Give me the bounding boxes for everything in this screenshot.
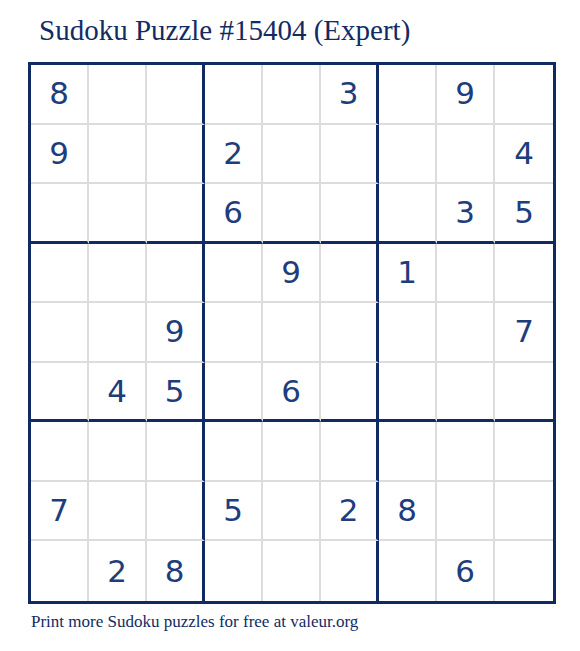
cell-r3c4: 6 xyxy=(205,184,263,244)
cell-r2c1: 9 xyxy=(31,125,89,185)
cell-r8c4: 5 xyxy=(205,482,263,542)
cell-r4c1 xyxy=(31,244,89,304)
cell-r1c8: 9 xyxy=(437,65,495,125)
cell-r2c4: 2 xyxy=(205,125,263,185)
cell-r3c8: 3 xyxy=(437,184,495,244)
cell-r9c9 xyxy=(495,541,553,601)
cell-r8c8 xyxy=(437,482,495,542)
cell-r4c4 xyxy=(205,244,263,304)
cell-r7c8 xyxy=(437,422,495,482)
cell-r8c6: 2 xyxy=(321,482,379,542)
cell-r4c5: 9 xyxy=(263,244,321,304)
cell-r8c3 xyxy=(147,482,205,542)
sudoku-board: 83992463591974567528286 xyxy=(28,62,556,604)
cell-r8c9 xyxy=(495,482,553,542)
cell-r5c7 xyxy=(379,303,437,363)
cell-r9c6 xyxy=(321,541,379,601)
cell-r2c9: 4 xyxy=(495,125,553,185)
cell-r3c6 xyxy=(321,184,379,244)
cell-r2c6 xyxy=(321,125,379,185)
cell-r7c2 xyxy=(89,422,147,482)
cell-r7c9 xyxy=(495,422,553,482)
cell-r2c7 xyxy=(379,125,437,185)
cell-r9c5 xyxy=(263,541,321,601)
cell-r5c2 xyxy=(89,303,147,363)
cell-r6c2: 4 xyxy=(89,363,147,423)
cell-r5c1 xyxy=(31,303,89,363)
cell-r1c3 xyxy=(147,65,205,125)
cell-r1c1: 8 xyxy=(31,65,89,125)
cell-r4c2 xyxy=(89,244,147,304)
cell-r9c7 xyxy=(379,541,437,601)
cell-r6c5: 6 xyxy=(263,363,321,423)
cell-r7c5 xyxy=(263,422,321,482)
cell-r7c4 xyxy=(205,422,263,482)
cell-r5c8 xyxy=(437,303,495,363)
cell-r7c1 xyxy=(31,422,89,482)
cell-r3c9: 5 xyxy=(495,184,553,244)
cell-r3c3 xyxy=(147,184,205,244)
cell-r4c6 xyxy=(321,244,379,304)
cell-r2c2 xyxy=(89,125,147,185)
cell-r7c3 xyxy=(147,422,205,482)
cell-r6c9 xyxy=(495,363,553,423)
cell-r5c5 xyxy=(263,303,321,363)
cell-r6c6 xyxy=(321,363,379,423)
cell-r9c3: 8 xyxy=(147,541,205,601)
cell-r1c9 xyxy=(495,65,553,125)
cell-r4c7: 1 xyxy=(379,244,437,304)
cell-r2c8 xyxy=(437,125,495,185)
cell-r4c8 xyxy=(437,244,495,304)
cell-r9c4 xyxy=(205,541,263,601)
cell-r1c5 xyxy=(263,65,321,125)
cell-r6c7 xyxy=(379,363,437,423)
cell-r9c2: 2 xyxy=(89,541,147,601)
cell-r5c4 xyxy=(205,303,263,363)
cell-r8c1: 7 xyxy=(31,482,89,542)
cell-r8c5 xyxy=(263,482,321,542)
cell-r5c9: 7 xyxy=(495,303,553,363)
cell-r1c2 xyxy=(89,65,147,125)
cell-r1c6: 3 xyxy=(321,65,379,125)
cell-r6c8 xyxy=(437,363,495,423)
cell-r8c7: 8 xyxy=(379,482,437,542)
cell-r2c3 xyxy=(147,125,205,185)
cell-r4c9 xyxy=(495,244,553,304)
cell-r6c1 xyxy=(31,363,89,423)
cell-r3c2 xyxy=(89,184,147,244)
cell-r9c1 xyxy=(31,541,89,601)
page-title: Sudoku Puzzle #15404 (Expert) xyxy=(39,14,410,47)
cell-r7c6 xyxy=(321,422,379,482)
cell-r3c7 xyxy=(379,184,437,244)
cell-r5c6 xyxy=(321,303,379,363)
cell-r5c3: 9 xyxy=(147,303,205,363)
cell-r3c5 xyxy=(263,184,321,244)
cell-r3c1 xyxy=(31,184,89,244)
cell-r4c3 xyxy=(147,244,205,304)
cell-r8c2 xyxy=(89,482,147,542)
footer-text: Print more Sudoku puzzles for free at va… xyxy=(31,612,358,632)
cell-r6c4 xyxy=(205,363,263,423)
cell-r2c5 xyxy=(263,125,321,185)
cell-r1c7 xyxy=(379,65,437,125)
cell-r7c7 xyxy=(379,422,437,482)
cell-r6c3: 5 xyxy=(147,363,205,423)
cell-r1c4 xyxy=(205,65,263,125)
cell-r9c8: 6 xyxy=(437,541,495,601)
